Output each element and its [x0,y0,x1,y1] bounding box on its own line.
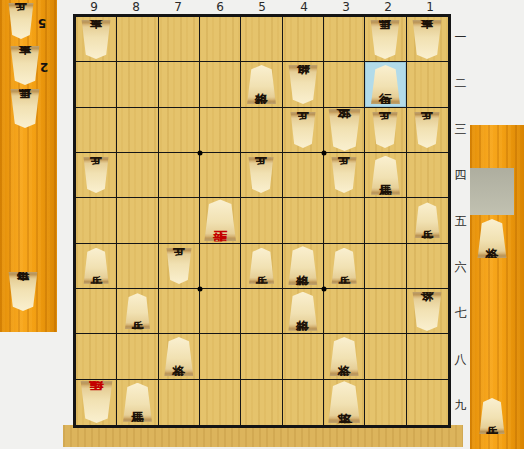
square-4-2[interactable]: 銀将 [283,62,324,107]
square-1-4[interactable] [407,153,448,198]
file-label-7: 7 [157,0,199,14]
square-4-1[interactable] [283,17,324,62]
square-2-7[interactable] [365,289,406,334]
square-2-6[interactable] [365,244,406,289]
square-4-7[interactable]: 銀将 [283,289,324,334]
square-2-4[interactable]: 桂馬 [365,153,406,198]
square-5-5[interactable] [241,198,282,243]
square-9-3[interactable] [76,108,117,153]
file-label-4: 4 [283,0,325,14]
square-4-4[interactable] [283,153,324,198]
square-4-9[interactable] [283,380,324,425]
square-9-1[interactable]: 香車 [76,17,117,62]
sente-piece-銀将[interactable]: 銀将 [246,65,276,104]
gote-piece-歩兵[interactable]: 歩兵 [290,112,316,148]
square-6-4[interactable] [200,153,241,198]
gote-piece-飛車[interactable]: 飛車 [8,272,38,311]
square-2-9[interactable] [365,380,406,425]
sente-piece-歩兵[interactable]: 歩兵 [248,248,274,284]
square-3-1[interactable] [324,17,365,62]
gote-piece-金将[interactable]: 金将 [412,292,442,331]
gote-piece-歩兵[interactable]: 歩兵 [166,248,192,284]
sente-piece-歩兵[interactable]: 歩兵 [479,398,505,434]
sente-hand-tray: 金将歩兵 [470,125,524,449]
square-8-2[interactable] [117,62,158,107]
gote-hand-count-歩兵: 5 [38,16,46,30]
rank-label-3: 三 [452,106,469,152]
sente-piece-桂馬[interactable]: 桂馬 [370,156,400,195]
square-3-3[interactable]: 玉将 [324,108,365,153]
file-labels: 987654321 [73,0,451,14]
rank-label-2: 二 [452,60,469,106]
gote-piece-歩兵[interactable]: 歩兵 [83,157,109,193]
square-6-6[interactable] [200,244,241,289]
square-6-7[interactable] [200,289,241,334]
rank-label-9: 九 [452,382,469,428]
square-4-6[interactable]: 銀将 [283,244,324,289]
square-8-5[interactable] [117,198,158,243]
gote-piece-玉将[interactable]: 玉将 [328,109,361,151]
square-8-1[interactable] [117,17,158,62]
gote-piece-歩兵[interactable]: 歩兵 [248,157,274,193]
square-7-5[interactable] [159,198,200,243]
square-6-3[interactable] [200,108,241,153]
gote-piece-桂馬[interactable]: 桂馬 [10,89,40,128]
sente-piece-歩兵[interactable]: 歩兵 [83,248,109,284]
square-3-5[interactable] [324,198,365,243]
square-2-5[interactable] [365,198,406,243]
sente-piece-金将[interactable]: 金将 [164,337,194,376]
file-label-2: 2 [367,0,409,14]
sente-piece-玉将[interactable]: 玉将 [328,381,361,423]
sente-piece-銀将[interactable]: 銀将 [288,246,318,285]
square-1-5[interactable]: 歩兵 [407,198,448,243]
square-9-8[interactable] [76,334,117,379]
square-1-3[interactable]: 歩兵 [407,108,448,153]
gote-piece-歩兵[interactable]: 歩兵 [372,112,398,148]
sente-piece-銀将[interactable]: 銀将 [288,292,318,331]
square-7-2[interactable] [159,62,200,107]
square-3-8[interactable]: 金将 [324,334,365,379]
gote-piece-香車[interactable]: 香車 [81,20,111,59]
square-9-7[interactable] [76,289,117,334]
square-5-8[interactable] [241,334,282,379]
sente-piece-歩兵[interactable]: 歩兵 [414,202,440,238]
square-6-5[interactable]: 龍王 [200,198,241,243]
rank-label-8: 八 [452,336,469,382]
square-8-8[interactable] [117,334,158,379]
gote-piece-香車[interactable]: 香車 [412,20,442,59]
square-1-6[interactable] [407,244,448,289]
square-1-1[interactable]: 香車 [407,17,448,62]
file-label-8: 8 [115,0,157,14]
file-label-9: 9 [73,0,115,14]
shogi-app: 歩兵5香車2桂馬飛車 987654321 一二三四五六七八九 香車桂馬香車銀将銀… [0,0,524,449]
square-3-9[interactable]: 玉将 [324,380,365,425]
square-7-8[interactable]: 金将 [159,334,200,379]
square-1-2[interactable] [407,62,448,107]
square-3-6[interactable]: 歩兵 [324,244,365,289]
square-5-2[interactable]: 銀将 [241,62,282,107]
gote-hand-tray: 歩兵5香車2桂馬飛車 [0,0,57,332]
square-2-3[interactable]: 歩兵 [365,108,406,153]
square-9-6[interactable]: 歩兵 [76,244,117,289]
sente-piece-金将[interactable]: 金将 [477,219,507,258]
square-1-7[interactable]: 金将 [407,289,448,334]
square-5-7[interactable] [241,289,282,334]
gote-piece-歩兵[interactable]: 歩兵 [331,157,357,193]
square-6-2[interactable] [200,62,241,107]
sente-piece-歩兵[interactable]: 歩兵 [124,293,150,329]
square-8-4[interactable] [117,153,158,198]
square-7-1[interactable] [159,17,200,62]
file-label-6: 6 [199,0,241,14]
gote-piece-桂馬[interactable]: 桂馬 [370,20,400,59]
square-6-1[interactable] [200,17,241,62]
gote-piece-歩兵[interactable]: 歩兵 [414,112,440,148]
rank-label-5: 五 [452,198,469,244]
sente-piece-角行[interactable]: 角行 [370,65,400,104]
sente-piece-桂馬[interactable]: 桂馬 [122,383,152,422]
square-4-8[interactable] [283,334,324,379]
square-4-3[interactable]: 歩兵 [283,108,324,153]
square-3-2[interactable] [324,62,365,107]
square-1-9[interactable] [407,380,448,425]
rank-label-4: 四 [452,152,469,198]
square-1-8[interactable] [407,334,448,379]
square-9-4[interactable]: 歩兵 [76,153,117,198]
square-6-8[interactable] [200,334,241,379]
gote-piece-龍馬[interactable]: 龍馬 [80,381,113,423]
sente-piece-龍王[interactable]: 龍王 [204,199,237,241]
square-7-7[interactable] [159,289,200,334]
square-2-1[interactable]: 桂馬 [365,17,406,62]
square-5-1[interactable] [241,17,282,62]
gote-piece-香車[interactable]: 香車 [10,46,40,85]
sente-piece-金将[interactable]: 金将 [329,337,359,376]
file-label-3: 3 [325,0,367,14]
square-7-4[interactable] [159,153,200,198]
sente-piece-歩兵[interactable]: 歩兵 [331,248,357,284]
rank-label-6: 六 [452,244,469,290]
board-bottom-edge [63,425,463,447]
square-9-2[interactable] [76,62,117,107]
gote-hand-count-香車: 2 [40,60,48,74]
square-8-3[interactable] [117,108,158,153]
square-5-9[interactable] [241,380,282,425]
square-4-5[interactable] [283,198,324,243]
square-5-6[interactable]: 歩兵 [241,244,282,289]
gote-piece-歩兵[interactable]: 歩兵 [8,3,34,39]
square-8-9[interactable]: 桂馬 [117,380,158,425]
square-7-3[interactable] [159,108,200,153]
sente-hand-empty-slot-highlight[interactable] [470,168,514,215]
board-grid: 香車桂馬香車銀将銀将角行歩兵玉将歩兵歩兵歩兵歩兵歩兵桂馬龍王歩兵歩兵歩兵歩兵銀将… [73,14,451,428]
square-7-9[interactable] [159,380,200,425]
square-7-6[interactable]: 歩兵 [159,244,200,289]
file-label-1: 1 [409,0,451,14]
square-9-5[interactable] [76,198,117,243]
square-2-8[interactable] [365,334,406,379]
square-5-4[interactable]: 歩兵 [241,153,282,198]
square-3-7[interactable] [324,289,365,334]
rank-labels: 一二三四五六七八九 [452,14,469,428]
square-5-3[interactable] [241,108,282,153]
rank-label-7: 七 [452,290,469,336]
square-6-9[interactable] [200,380,241,425]
square-2-2[interactable]: 角行 [365,62,406,107]
file-label-5: 5 [241,0,283,14]
square-8-6[interactable] [117,244,158,289]
square-8-7[interactable]: 歩兵 [117,289,158,334]
gote-piece-銀将[interactable]: 銀将 [288,65,318,104]
square-3-4[interactable]: 歩兵 [324,153,365,198]
square-9-9[interactable]: 龍馬 [76,380,117,425]
rank-label-1: 一 [452,14,469,60]
